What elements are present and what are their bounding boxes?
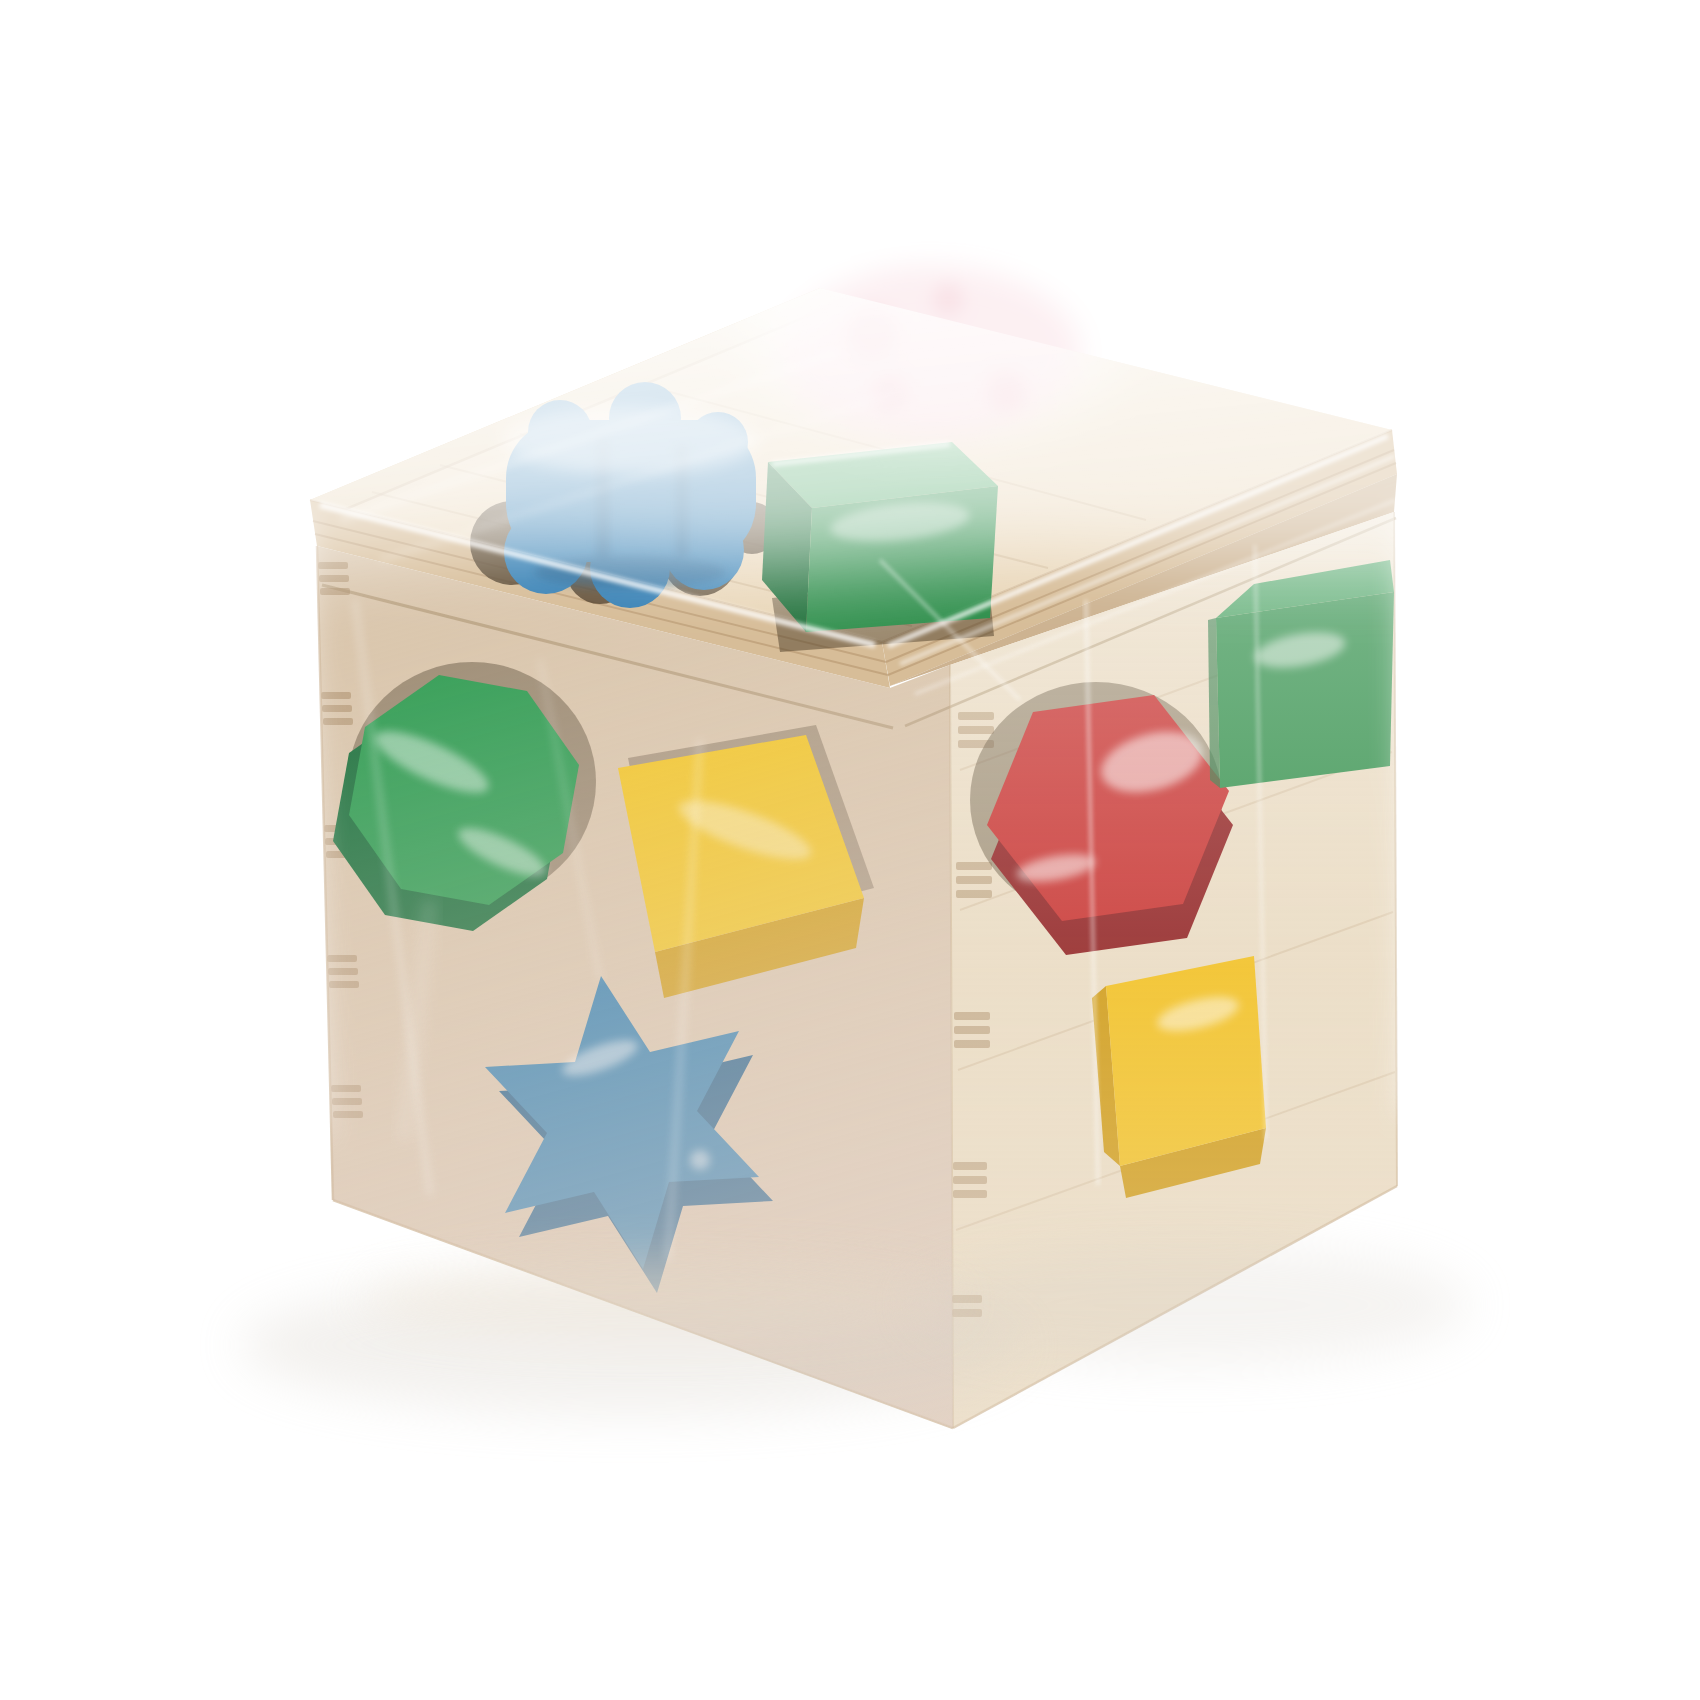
floor-reflection-right [910,1245,1470,1365]
film-flap-right [1397,500,1472,1120]
floor-reflection-warm [360,1260,960,1340]
product-photo [0,0,1700,1700]
film-glow-over-red-piece [745,250,1125,440]
plastic-film-overlays [110,130,1545,1428]
